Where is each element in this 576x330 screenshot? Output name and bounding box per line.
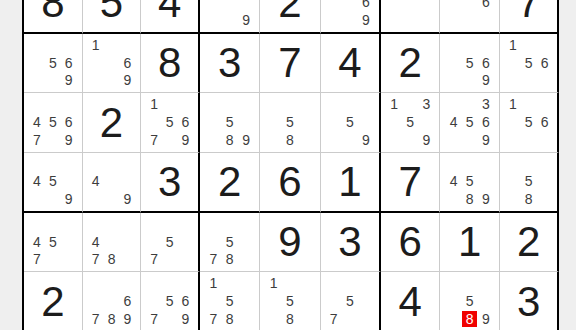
candidate-4: 4 bbox=[445, 113, 461, 131]
sudoku-board: 8549269675691698374256915645679215679589… bbox=[22, 0, 559, 330]
empty-candidate-slot bbox=[45, 95, 61, 113]
cell-r4c1[interactable]: 569 bbox=[24, 34, 83, 94]
empty-candidate-slot bbox=[342, 274, 358, 292]
empty-candidate-slot bbox=[445, 95, 461, 113]
empty-candidate-slot bbox=[521, 36, 537, 54]
cell-r8c4[interactable]: 1578 bbox=[200, 272, 260, 330]
big-digit: 2 bbox=[278, 0, 301, 24]
candidate-1: 1 bbox=[88, 36, 104, 54]
big-digit: 3 bbox=[218, 42, 241, 84]
cell-r3c7[interactable] bbox=[381, 0, 441, 34]
empty-candidate-slot bbox=[104, 292, 120, 310]
candidate-5: 5 bbox=[45, 233, 61, 251]
empty-candidate-slot bbox=[265, 292, 281, 310]
candidate-7: 7 bbox=[326, 310, 342, 328]
candidate-grid: 5679 bbox=[141, 272, 198, 330]
candidate-8: 8 bbox=[221, 251, 237, 269]
empty-candidate-slot bbox=[537, 173, 553, 191]
empty-candidate-slot bbox=[119, 233, 135, 251]
candidate-6: 6 bbox=[61, 54, 77, 72]
cell-r5c9[interactable]: 156 bbox=[500, 93, 560, 153]
candidate-9: 9 bbox=[358, 131, 374, 149]
empty-candidate-slot bbox=[402, 131, 418, 149]
candidate-8: 8 bbox=[104, 310, 120, 328]
candidate-5: 5 bbox=[162, 292, 178, 310]
candidate-grid: 457 bbox=[24, 213, 82, 272]
candidate-1: 1 bbox=[205, 274, 221, 292]
empty-candidate-slot bbox=[326, 0, 342, 11]
cell-r3c2[interactable]: 5 bbox=[83, 0, 142, 34]
candidate-9: 9 bbox=[478, 190, 494, 208]
empty-candidate-slot bbox=[342, 11, 358, 29]
candidate-grid: 1359 bbox=[381, 93, 440, 152]
cell-r8c7[interactable]: 4 bbox=[381, 272, 441, 330]
big-digit: 6 bbox=[278, 161, 301, 203]
candidate-6: 6 bbox=[537, 54, 553, 72]
empty-candidate-slot bbox=[521, 95, 537, 113]
empty-candidate-slot bbox=[119, 173, 135, 191]
empty-candidate-slot bbox=[61, 173, 77, 191]
empty-candidate-slot bbox=[265, 95, 281, 113]
empty-candidate-slot bbox=[178, 233, 194, 251]
empty-candidate-slot bbox=[238, 95, 254, 113]
candidate-6: 6 bbox=[61, 113, 77, 131]
empty-candidate-slot bbox=[521, 131, 537, 149]
candidate-8: 8 bbox=[221, 131, 237, 149]
cell-r8c1[interactable]: 2 bbox=[24, 272, 83, 330]
cell-r6c6[interactable]: 1 bbox=[321, 153, 381, 213]
candidate-5: 5 bbox=[402, 113, 418, 131]
candidate-5: 5 bbox=[462, 113, 478, 131]
candidate-5: 5 bbox=[342, 113, 358, 131]
empty-candidate-slot bbox=[326, 131, 342, 149]
candidate-grid: 578 bbox=[200, 213, 259, 272]
empty-candidate-slot bbox=[462, 155, 478, 173]
candidate-5: 5 bbox=[221, 233, 237, 251]
candidate-1: 1 bbox=[146, 95, 162, 113]
empty-candidate-slot bbox=[29, 215, 45, 233]
empty-candidate-slot bbox=[104, 36, 120, 54]
empty-candidate-slot bbox=[45, 251, 61, 269]
candidate-4: 4 bbox=[29, 173, 45, 191]
candidate-7: 7 bbox=[205, 310, 221, 328]
empty-candidate-slot bbox=[505, 155, 521, 173]
empty-candidate-slot bbox=[238, 292, 254, 310]
candidate-grid: 6 bbox=[440, 0, 499, 32]
cell-r7c7[interactable]: 6 bbox=[381, 213, 441, 273]
empty-candidate-slot bbox=[386, 113, 402, 131]
cell-r4c5[interactable]: 7 bbox=[260, 34, 320, 94]
empty-candidate-slot bbox=[29, 190, 45, 208]
candidate-5: 5 bbox=[221, 292, 237, 310]
candidate-4: 4 bbox=[29, 113, 45, 131]
candidate-5: 5 bbox=[162, 113, 178, 131]
candidate-8-highlighted: 8 bbox=[462, 311, 477, 327]
cell-r8c5[interactable]: 158 bbox=[260, 272, 320, 330]
candidate-grid: 169 bbox=[83, 34, 141, 93]
candidate-9: 9 bbox=[238, 11, 254, 29]
big-digit: 8 bbox=[41, 0, 64, 24]
empty-candidate-slot bbox=[358, 310, 374, 328]
candidate-9: 9 bbox=[61, 71, 77, 89]
empty-candidate-slot bbox=[445, 0, 461, 11]
empty-candidate-slot bbox=[61, 251, 77, 269]
candidate-4: 4 bbox=[88, 173, 104, 191]
empty-candidate-slot bbox=[445, 310, 461, 328]
cell-r6c9[interactable]: 58 bbox=[500, 153, 560, 213]
candidate-4: 4 bbox=[88, 233, 104, 251]
candidate-grid: 589 bbox=[200, 93, 259, 152]
cell-r7c5[interactable]: 9 bbox=[260, 213, 320, 273]
candidate-3: 3 bbox=[418, 95, 434, 113]
empty-candidate-slot bbox=[282, 95, 298, 113]
cell-r7c3[interactable]: 57 bbox=[141, 213, 200, 273]
empty-candidate-slot bbox=[104, 190, 120, 208]
cell-r4c4[interactable]: 3 bbox=[200, 34, 260, 94]
empty-candidate-slot bbox=[265, 131, 281, 149]
candidate-grid: 15679 bbox=[141, 93, 198, 152]
empty-candidate-slot bbox=[358, 113, 374, 131]
empty-candidate-slot bbox=[205, 215, 221, 233]
big-digit: 9 bbox=[278, 221, 301, 263]
empty-candidate-slot bbox=[104, 54, 120, 72]
candidate-grid: 57 bbox=[141, 213, 198, 272]
candidate-5: 5 bbox=[45, 54, 61, 72]
candidate-9: 9 bbox=[238, 131, 254, 149]
candidate-grid: 156 bbox=[500, 93, 558, 152]
candidate-1: 1 bbox=[505, 95, 521, 113]
big-digit: 2 bbox=[517, 221, 540, 263]
empty-candidate-slot bbox=[238, 113, 254, 131]
cell-r8c2[interactable]: 6789 bbox=[83, 272, 142, 330]
cell-r7c9[interactable]: 2 bbox=[500, 213, 560, 273]
candidate-9: 9 bbox=[478, 131, 494, 149]
empty-candidate-slot bbox=[119, 36, 135, 54]
candidate-grid: 156 bbox=[500, 34, 558, 93]
empty-candidate-slot bbox=[29, 71, 45, 89]
candidate-5: 5 bbox=[282, 292, 298, 310]
empty-candidate-slot bbox=[61, 36, 77, 54]
cell-r6c2[interactable]: 49 bbox=[83, 153, 142, 213]
candidate-6: 6 bbox=[178, 292, 194, 310]
empty-candidate-slot bbox=[521, 71, 537, 89]
cell-r3c1[interactable]: 8 bbox=[24, 0, 83, 34]
cell-r7c1[interactable]: 457 bbox=[24, 213, 83, 273]
candidate-5: 5 bbox=[45, 113, 61, 131]
empty-candidate-slot bbox=[478, 36, 494, 54]
candidate-grid: 69 bbox=[321, 0, 379, 32]
candidate-7: 7 bbox=[146, 310, 162, 328]
cell-r4c6[interactable]: 4 bbox=[321, 34, 381, 94]
candidate-9: 9 bbox=[61, 190, 77, 208]
cell-r8c3[interactable]: 5679 bbox=[141, 272, 200, 330]
cell-r5c2[interactable]: 2 bbox=[83, 93, 142, 153]
cell-r7c2[interactable]: 478 bbox=[83, 213, 142, 273]
empty-candidate-slot bbox=[537, 190, 553, 208]
empty-candidate-slot bbox=[326, 95, 342, 113]
candidate-grid: 9 bbox=[200, 0, 259, 32]
empty-candidate-slot bbox=[61, 155, 77, 173]
empty-candidate-slot bbox=[162, 274, 178, 292]
empty-candidate-slot bbox=[238, 233, 254, 251]
empty-candidate-slot bbox=[298, 113, 314, 131]
candidate-9: 9 bbox=[119, 190, 135, 208]
big-digit: 3 bbox=[338, 221, 361, 263]
empty-candidate-slot bbox=[445, 131, 461, 149]
empty-candidate-slot bbox=[358, 292, 374, 310]
empty-candidate-slot bbox=[45, 215, 61, 233]
empty-candidate-slot bbox=[205, 0, 221, 11]
empty-candidate-slot bbox=[119, 155, 135, 173]
empty-candidate-slot bbox=[238, 251, 254, 269]
sudoku-app-viewport: 8549269675691698374256915645679215679589… bbox=[0, 0, 576, 330]
cell-r3c6[interactable]: 69 bbox=[321, 0, 381, 34]
candidate-1: 1 bbox=[505, 36, 521, 54]
candidate-5: 5 bbox=[521, 173, 537, 191]
empty-candidate-slot bbox=[205, 95, 221, 113]
candidate-9: 9 bbox=[418, 131, 434, 149]
cell-r5c3[interactable]: 15679 bbox=[141, 93, 200, 153]
empty-candidate-slot bbox=[88, 215, 104, 233]
candidate-6: 6 bbox=[119, 54, 135, 72]
empty-candidate-slot bbox=[45, 190, 61, 208]
candidate-grid: 34569 bbox=[440, 93, 499, 152]
empty-candidate-slot bbox=[119, 251, 135, 269]
cell-r3c9[interactable]: 7 bbox=[500, 0, 560, 34]
empty-candidate-slot bbox=[45, 71, 61, 89]
empty-candidate-slot bbox=[61, 95, 77, 113]
empty-candidate-slot bbox=[445, 54, 461, 72]
candidate-9: 9 bbox=[178, 310, 194, 328]
empty-candidate-slot bbox=[505, 190, 521, 208]
cell-r8c6[interactable]: 57 bbox=[321, 272, 381, 330]
candidate-grid: 1578 bbox=[200, 272, 259, 330]
empty-candidate-slot bbox=[119, 215, 135, 233]
empty-candidate-slot bbox=[445, 274, 461, 292]
candidate-grid: 569 bbox=[24, 34, 82, 93]
empty-candidate-slot bbox=[298, 274, 314, 292]
cell-r8c8[interactable]: 589 bbox=[440, 272, 500, 330]
candidate-8: 8 bbox=[221, 310, 237, 328]
cell-r3c8[interactable]: 6 bbox=[440, 0, 500, 34]
candidate-5: 5 bbox=[221, 113, 237, 131]
empty-candidate-slot bbox=[505, 113, 521, 131]
candidate-6: 6 bbox=[478, 113, 494, 131]
empty-candidate-slot bbox=[298, 131, 314, 149]
empty-candidate-slot bbox=[61, 233, 77, 251]
cell-r7c6[interactable]: 3 bbox=[321, 213, 381, 273]
empty-candidate-slot bbox=[505, 173, 521, 191]
empty-candidate-slot bbox=[178, 251, 194, 269]
empty-candidate-slot bbox=[478, 274, 494, 292]
empty-candidate-slot bbox=[478, 292, 494, 310]
empty-candidate-slot bbox=[445, 36, 461, 54]
candidate-grid: 569 bbox=[440, 34, 499, 93]
empty-candidate-slot bbox=[238, 310, 254, 328]
candidate-7: 7 bbox=[29, 131, 45, 149]
empty-candidate-slot bbox=[386, 131, 402, 149]
big-digit: 5 bbox=[100, 0, 123, 24]
empty-candidate-slot bbox=[537, 36, 553, 54]
candidate-5: 5 bbox=[462, 173, 478, 191]
cell-r5c1[interactable]: 45679 bbox=[24, 93, 83, 153]
empty-candidate-slot bbox=[88, 292, 104, 310]
cell-r5c6[interactable]: 59 bbox=[321, 93, 381, 153]
cell-r4c3[interactable]: 8 bbox=[141, 34, 200, 94]
candidate-8: 8 bbox=[462, 190, 478, 208]
empty-candidate-slot bbox=[104, 274, 120, 292]
cell-r4c2[interactable]: 169 bbox=[83, 34, 142, 94]
empty-candidate-slot bbox=[445, 71, 461, 89]
empty-candidate-slot bbox=[418, 113, 434, 131]
empty-candidate-slot bbox=[505, 71, 521, 89]
candidate-1: 1 bbox=[386, 95, 402, 113]
big-digit: 8 bbox=[158, 42, 181, 84]
big-digit: 4 bbox=[399, 281, 422, 323]
big-digit: 4 bbox=[158, 0, 181, 24]
empty-candidate-slot bbox=[402, 95, 418, 113]
empty-candidate-slot bbox=[462, 274, 478, 292]
candidate-grid: 478 bbox=[83, 213, 141, 272]
empty-candidate-slot bbox=[342, 131, 358, 149]
empty-candidate-slot bbox=[29, 95, 45, 113]
empty-candidate-slot bbox=[162, 251, 178, 269]
empty-candidate-slot bbox=[146, 233, 162, 251]
empty-candidate-slot bbox=[29, 36, 45, 54]
candidate-5: 5 bbox=[45, 173, 61, 191]
cell-r3c4[interactable]: 9 bbox=[200, 0, 260, 34]
candidate-grid: 158 bbox=[260, 272, 319, 330]
empty-candidate-slot bbox=[162, 131, 178, 149]
candidate-9: 9 bbox=[61, 131, 77, 149]
empty-candidate-slot bbox=[342, 95, 358, 113]
empty-candidate-slot bbox=[146, 215, 162, 233]
cell-r4c9[interactable]: 156 bbox=[500, 34, 560, 94]
empty-candidate-slot bbox=[146, 274, 162, 292]
candidate-9: 9 bbox=[358, 11, 374, 29]
empty-candidate-slot bbox=[282, 274, 298, 292]
empty-candidate-slot bbox=[104, 71, 120, 89]
empty-candidate-slot bbox=[178, 274, 194, 292]
candidate-9: 9 bbox=[478, 310, 494, 328]
cell-r3c5[interactable]: 2 bbox=[260, 0, 320, 34]
empty-candidate-slot bbox=[326, 113, 342, 131]
empty-candidate-slot bbox=[265, 113, 281, 131]
cell-r5c7[interactable]: 1359 bbox=[381, 93, 441, 153]
empty-candidate-slot bbox=[45, 36, 61, 54]
empty-candidate-slot bbox=[445, 292, 461, 310]
candidate-grid: 6789 bbox=[83, 272, 141, 330]
empty-candidate-slot bbox=[238, 0, 254, 11]
candidate-5: 5 bbox=[342, 292, 358, 310]
empty-candidate-slot bbox=[221, 215, 237, 233]
big-digit: 7 bbox=[278, 42, 301, 84]
cell-r6c8[interactable]: 4589 bbox=[440, 153, 500, 213]
big-digit: 3 bbox=[158, 161, 181, 203]
empty-candidate-slot bbox=[88, 274, 104, 292]
big-digit: 1 bbox=[338, 161, 361, 203]
empty-candidate-slot bbox=[265, 310, 281, 328]
empty-candidate-slot bbox=[478, 11, 494, 29]
cell-r6c7[interactable]: 7 bbox=[381, 153, 441, 213]
big-digit: 2 bbox=[41, 281, 64, 323]
empty-candidate-slot bbox=[104, 233, 120, 251]
candidate-6: 6 bbox=[358, 0, 374, 11]
empty-candidate-slot bbox=[205, 113, 221, 131]
cell-r4c8[interactable]: 569 bbox=[440, 34, 500, 94]
empty-candidate-slot bbox=[88, 155, 104, 173]
empty-candidate-slot bbox=[462, 36, 478, 54]
candidate-7: 7 bbox=[205, 251, 221, 269]
empty-candidate-slot bbox=[358, 274, 374, 292]
empty-candidate-slot bbox=[342, 310, 358, 328]
empty-candidate-slot bbox=[238, 215, 254, 233]
candidate-6: 6 bbox=[178, 113, 194, 131]
cell-r5c5[interactable]: 58 bbox=[260, 93, 320, 153]
empty-candidate-slot bbox=[445, 190, 461, 208]
candidate-5: 5 bbox=[162, 233, 178, 251]
empty-candidate-slot bbox=[88, 71, 104, 89]
empty-candidate-slot bbox=[45, 131, 61, 149]
big-digit: 2 bbox=[100, 102, 123, 144]
empty-candidate-slot bbox=[162, 95, 178, 113]
candidate-1: 1 bbox=[265, 274, 281, 292]
cell-r6c3[interactable]: 3 bbox=[141, 153, 200, 213]
cell-r7c8[interactable]: 1 bbox=[440, 213, 500, 273]
cell-r3c3[interactable]: 4 bbox=[141, 0, 200, 34]
cell-r5c4[interactable]: 589 bbox=[200, 93, 260, 153]
candidate-7: 7 bbox=[146, 251, 162, 269]
empty-candidate-slot bbox=[326, 274, 342, 292]
cell-r6c4[interactable]: 2 bbox=[200, 153, 260, 213]
candidate-grid: 49 bbox=[83, 153, 141, 211]
empty-candidate-slot bbox=[88, 54, 104, 72]
cell-r7c4[interactable]: 578 bbox=[200, 213, 260, 273]
empty-candidate-slot bbox=[45, 155, 61, 173]
empty-candidate-slot bbox=[162, 215, 178, 233]
empty-candidate-slot bbox=[29, 54, 45, 72]
empty-candidate-slot bbox=[537, 71, 553, 89]
cell-r5c8[interactable]: 34569 bbox=[440, 93, 500, 153]
candidate-8: 8 bbox=[282, 131, 298, 149]
big-digit: 7 bbox=[399, 161, 422, 203]
candidate-6: 6 bbox=[537, 113, 553, 131]
candidate-grid: 58 bbox=[260, 93, 319, 152]
cell-r4c7[interactable]: 2 bbox=[381, 34, 441, 94]
empty-candidate-slot bbox=[221, 274, 237, 292]
empty-candidate-slot bbox=[462, 131, 478, 149]
candidate-8: 8 bbox=[521, 190, 537, 208]
cell-r6c5[interactable]: 6 bbox=[260, 153, 320, 213]
empty-candidate-slot bbox=[445, 155, 461, 173]
empty-candidate-slot bbox=[537, 155, 553, 173]
candidate-6: 6 bbox=[478, 54, 494, 72]
big-digit: 7 bbox=[517, 0, 540, 24]
empty-candidate-slot bbox=[104, 155, 120, 173]
candidate-grid: 59 bbox=[321, 93, 379, 152]
cell-r8c9[interactable]: 3 bbox=[500, 272, 560, 330]
candidate-8: 8 bbox=[104, 251, 120, 269]
empty-candidate-slot bbox=[358, 95, 374, 113]
empty-candidate-slot bbox=[104, 215, 120, 233]
empty-candidate-slot bbox=[162, 310, 178, 328]
candidate-8: 8 bbox=[282, 310, 298, 328]
cell-r6c1[interactable]: 459 bbox=[24, 153, 83, 213]
candidate-5: 5 bbox=[282, 113, 298, 131]
empty-candidate-slot bbox=[178, 215, 194, 233]
empty-candidate-slot bbox=[462, 11, 478, 29]
candidate-5: 5 bbox=[462, 292, 478, 310]
